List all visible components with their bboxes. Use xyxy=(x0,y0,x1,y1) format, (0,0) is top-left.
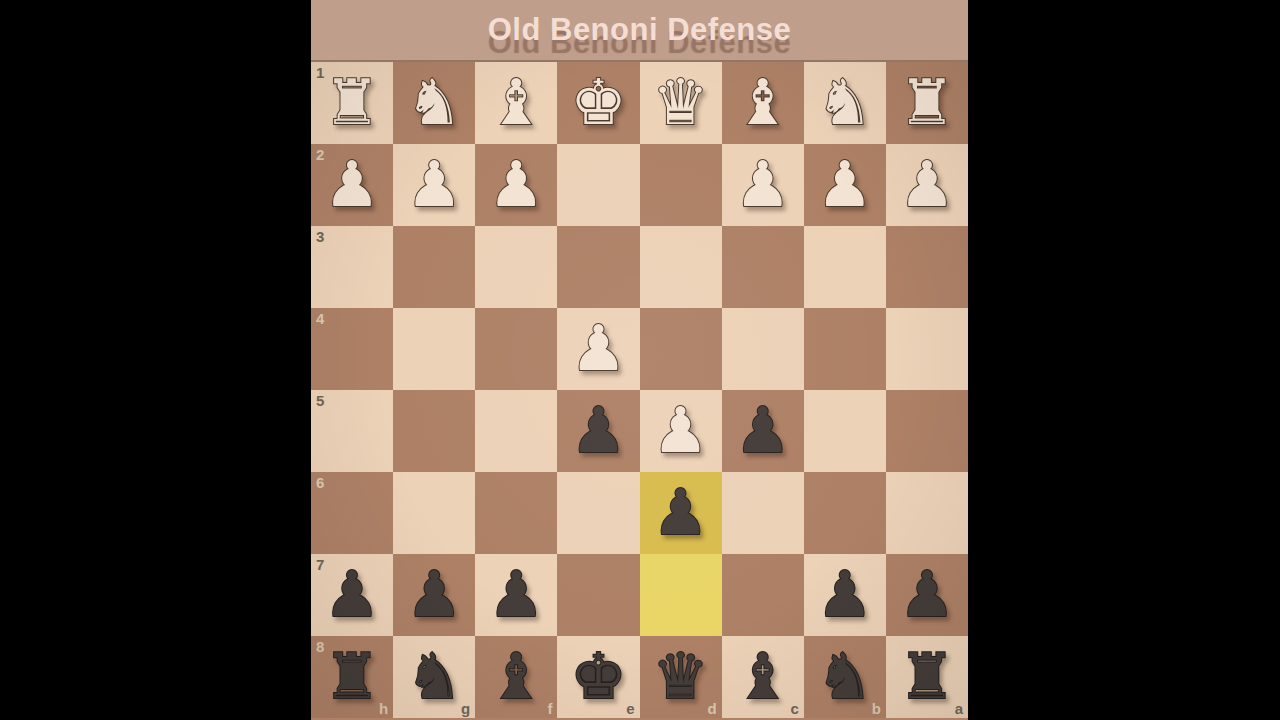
square-h2[interactable]: ♟2 xyxy=(311,144,393,226)
square-d4[interactable] xyxy=(640,308,722,390)
square-d2[interactable] xyxy=(640,144,722,226)
file-label-a: a xyxy=(955,701,963,716)
chess-app: Old Benoni Defense ♜1♞♝♚♛♝♞♜♟2♟♟♟♟♟34♟5♟… xyxy=(311,0,968,720)
white-pawn[interactable]: ♟ xyxy=(488,144,544,226)
square-e1[interactable]: ♚ xyxy=(557,62,639,144)
square-f1[interactable]: ♝ xyxy=(475,62,557,144)
white-pawn[interactable]: ♟ xyxy=(817,144,873,226)
square-b1[interactable]: ♞ xyxy=(804,62,886,144)
square-h1[interactable]: ♜1 xyxy=(311,62,393,144)
rank-label-6: 6 xyxy=(316,475,324,490)
square-h4[interactable]: 4 xyxy=(311,308,393,390)
file-label-f: f xyxy=(547,701,552,716)
square-g5[interactable] xyxy=(393,390,475,472)
square-h3[interactable]: 3 xyxy=(311,226,393,308)
white-pawn[interactable]: ♟ xyxy=(406,144,462,226)
rank-label-4: 4 xyxy=(316,311,324,326)
square-a5[interactable] xyxy=(886,390,968,472)
black-pawn[interactable]: ♟ xyxy=(324,554,380,636)
file-label-c: c xyxy=(790,701,798,716)
black-pawn[interactable]: ♟ xyxy=(817,554,873,636)
square-f4[interactable] xyxy=(475,308,557,390)
white-rook[interactable]: ♜ xyxy=(899,62,955,144)
letterbox-right xyxy=(968,0,1280,720)
square-b5[interactable] xyxy=(804,390,886,472)
file-label-g: g xyxy=(461,701,470,716)
file-label-h: h xyxy=(379,701,388,716)
black-pawn[interactable]: ♟ xyxy=(406,554,462,636)
file-label-b: b xyxy=(872,701,881,716)
square-g1[interactable]: ♞ xyxy=(393,62,475,144)
square-a3[interactable] xyxy=(886,226,968,308)
square-f3[interactable] xyxy=(475,226,557,308)
black-pawn[interactable]: ♟ xyxy=(652,472,708,554)
square-b6[interactable] xyxy=(804,472,886,554)
square-a4[interactable] xyxy=(886,308,968,390)
square-a7[interactable]: ♟ xyxy=(886,554,968,636)
square-d3[interactable] xyxy=(640,226,722,308)
square-c1[interactable]: ♝ xyxy=(722,62,804,144)
white-pawn[interactable]: ♟ xyxy=(570,308,626,390)
square-e4[interactable]: ♟ xyxy=(557,308,639,390)
square-a2[interactable]: ♟ xyxy=(886,144,968,226)
square-e8[interactable]: ♚e xyxy=(557,636,639,718)
square-h8[interactable]: ♜8h xyxy=(311,636,393,718)
square-g2[interactable]: ♟ xyxy=(393,144,475,226)
white-bishop[interactable]: ♝ xyxy=(734,62,790,144)
square-c3[interactable] xyxy=(722,226,804,308)
square-d7[interactable] xyxy=(640,554,722,636)
file-label-e: e xyxy=(626,701,634,716)
square-e3[interactable] xyxy=(557,226,639,308)
screenshot-stage: Old Benoni Defense ♜1♞♝♚♛♝♞♜♟2♟♟♟♟♟34♟5♟… xyxy=(0,0,1280,720)
title-bar: Old Benoni Defense xyxy=(311,0,968,62)
square-g3[interactable] xyxy=(393,226,475,308)
square-f6[interactable] xyxy=(475,472,557,554)
square-b4[interactable] xyxy=(804,308,886,390)
square-e7[interactable] xyxy=(557,554,639,636)
black-rook[interactable]: ♜ xyxy=(899,636,955,718)
square-b7[interactable]: ♟ xyxy=(804,554,886,636)
square-b2[interactable]: ♟ xyxy=(804,144,886,226)
square-g4[interactable] xyxy=(393,308,475,390)
square-d1[interactable]: ♛ xyxy=(640,62,722,144)
letterbox-left xyxy=(0,0,311,720)
white-pawn[interactable]: ♟ xyxy=(899,144,955,226)
square-f8[interactable]: ♝f xyxy=(475,636,557,718)
square-f7[interactable]: ♟ xyxy=(475,554,557,636)
square-a1[interactable]: ♜ xyxy=(886,62,968,144)
black-queen[interactable]: ♛ xyxy=(652,636,708,718)
white-pawn[interactable]: ♟ xyxy=(324,144,380,226)
square-f5[interactable] xyxy=(475,390,557,472)
square-c5[interactable]: ♟ xyxy=(722,390,804,472)
black-pawn[interactable]: ♟ xyxy=(734,390,790,472)
square-c6[interactable] xyxy=(722,472,804,554)
square-c8[interactable]: ♝c xyxy=(722,636,804,718)
square-a8[interactable]: ♜a xyxy=(886,636,968,718)
square-c4[interactable] xyxy=(722,308,804,390)
black-knight[interactable]: ♞ xyxy=(817,636,873,718)
square-e5[interactable]: ♟ xyxy=(557,390,639,472)
square-g7[interactable]: ♟ xyxy=(393,554,475,636)
square-h5[interactable]: 5 xyxy=(311,390,393,472)
white-rook[interactable]: ♜ xyxy=(324,62,380,144)
square-a6[interactable] xyxy=(886,472,968,554)
black-king[interactable]: ♚ xyxy=(570,636,626,718)
white-king[interactable]: ♚ xyxy=(570,62,626,144)
black-bishop[interactable]: ♝ xyxy=(488,636,544,718)
square-e6[interactable] xyxy=(557,472,639,554)
black-pawn[interactable]: ♟ xyxy=(570,390,626,472)
square-f2[interactable]: ♟ xyxy=(475,144,557,226)
rank-label-3: 3 xyxy=(316,229,324,244)
square-g6[interactable] xyxy=(393,472,475,554)
square-h6[interactable]: 6 xyxy=(311,472,393,554)
white-pawn[interactable]: ♟ xyxy=(734,144,790,226)
white-pawn[interactable]: ♟ xyxy=(652,390,708,472)
square-c7[interactable] xyxy=(722,554,804,636)
white-bishop[interactable]: ♝ xyxy=(488,62,544,144)
square-g8[interactable]: ♞g xyxy=(393,636,475,718)
black-rook[interactable]: ♜ xyxy=(324,636,380,718)
black-pawn[interactable]: ♟ xyxy=(899,554,955,636)
rank-label-5: 5 xyxy=(316,393,324,408)
file-label-d: d xyxy=(707,701,716,716)
square-h7[interactable]: ♟7 xyxy=(311,554,393,636)
square-b8[interactable]: ♞b xyxy=(804,636,886,718)
black-pawn[interactable]: ♟ xyxy=(488,554,544,636)
black-knight[interactable]: ♞ xyxy=(406,636,462,718)
black-bishop[interactable]: ♝ xyxy=(734,636,790,718)
square-c2[interactable]: ♟ xyxy=(722,144,804,226)
square-d8[interactable]: ♛d xyxy=(640,636,722,718)
square-d6[interactable]: ♟ xyxy=(640,472,722,554)
white-knight[interactable]: ♞ xyxy=(406,62,462,144)
square-e2[interactable] xyxy=(557,144,639,226)
opening-name-title: Old Benoni Defense xyxy=(488,12,792,48)
square-d5[interactable]: ♟ xyxy=(640,390,722,472)
square-b3[interactable] xyxy=(804,226,886,308)
white-knight[interactable]: ♞ xyxy=(817,62,873,144)
white-queen[interactable]: ♛ xyxy=(652,62,708,144)
chess-board: ♜1♞♝♚♛♝♞♜♟2♟♟♟♟♟34♟5♟♟♟6♟♟7♟♟♟♟♜8h♞g♝f♚e… xyxy=(311,62,968,718)
